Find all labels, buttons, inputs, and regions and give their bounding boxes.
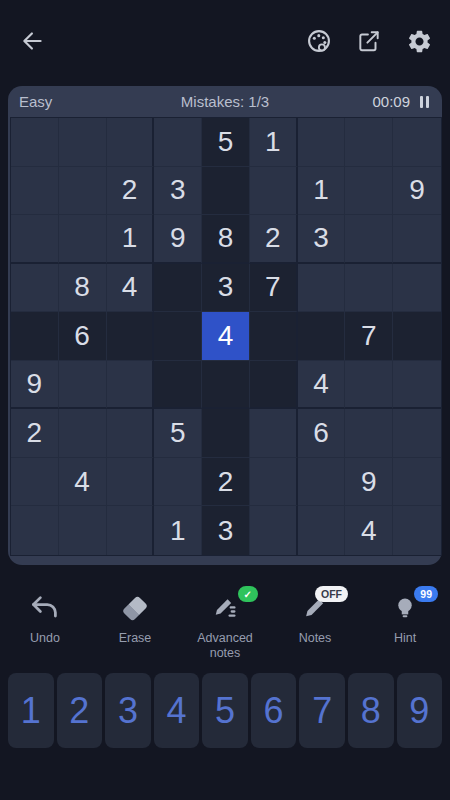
cell-r5c8[interactable]: 7 xyxy=(345,312,393,361)
cell-r7c6[interactable] xyxy=(250,409,298,458)
numpad-key-9[interactable]: 9 xyxy=(397,673,443,748)
cell-r5c4[interactable] xyxy=(154,312,202,361)
cell-r7c1[interactable]: 2 xyxy=(11,409,59,458)
hint-label: Hint xyxy=(394,631,416,646)
cell-r8c4[interactable] xyxy=(154,458,202,507)
cell-r6c7[interactable]: 4 xyxy=(298,361,346,410)
cell-r9c3[interactable] xyxy=(107,506,155,555)
board-panel: Easy Mistakes: 1/3 00:09 512319198238437… xyxy=(8,86,442,565)
cell-r4c1[interactable] xyxy=(11,264,59,313)
cell-r1c9[interactable] xyxy=(393,118,441,167)
back-button[interactable] xyxy=(18,26,48,56)
cell-r9c6[interactable] xyxy=(250,506,298,555)
cell-r6c6[interactable] xyxy=(250,361,298,410)
numpad-key-2[interactable]: 2 xyxy=(57,673,103,748)
top-bar-actions xyxy=(304,26,434,56)
hint-count-badge: 99 xyxy=(414,586,438,602)
notes-button[interactable]: OFF Notes xyxy=(270,591,360,661)
advanced-notes-button[interactable]: ✓ Advanced notes xyxy=(180,591,270,661)
cell-r6c9[interactable] xyxy=(393,361,441,410)
game-status-bar: Easy Mistakes: 1/3 00:09 xyxy=(8,86,442,117)
cell-r5c5[interactable]: 4 xyxy=(202,312,250,361)
cell-r4c9[interactable] xyxy=(393,264,441,313)
numpad-key-3[interactable]: 3 xyxy=(105,673,151,748)
cell-r8c1[interactable] xyxy=(11,458,59,507)
difficulty-label: Easy xyxy=(19,93,139,110)
hint-button[interactable]: 99 Hint xyxy=(360,591,450,661)
mistakes-counter: Mistakes: 1/3 xyxy=(139,93,311,110)
sudoku-app-screen: Easy Mistakes: 1/3 00:09 512319198238437… xyxy=(0,0,450,800)
cell-r7c4[interactable]: 5 xyxy=(154,409,202,458)
notes-label: Notes xyxy=(299,631,332,646)
cell-r8c7[interactable] xyxy=(298,458,346,507)
cell-r3c4[interactable]: 9 xyxy=(154,215,202,264)
numpad-key-4[interactable]: 4 xyxy=(154,673,200,748)
cell-r7c3[interactable] xyxy=(107,409,155,458)
top-bar xyxy=(0,0,450,86)
palette-icon xyxy=(305,27,333,55)
cell-r8c6[interactable] xyxy=(250,458,298,507)
cell-r6c4[interactable] xyxy=(154,361,202,410)
toolbar: Undo Erase ✓ Advanced notes xyxy=(0,591,450,661)
cell-r8c9[interactable] xyxy=(393,458,441,507)
cell-r5c9[interactable] xyxy=(393,312,441,361)
grid-wrap: 51231919823843764794256429134 xyxy=(10,117,440,565)
cell-r5c7[interactable] xyxy=(298,312,346,361)
gear-icon xyxy=(406,28,433,55)
cell-r3c2[interactable] xyxy=(59,215,107,264)
cell-r4c8[interactable] xyxy=(345,264,393,313)
advanced-notes-icon xyxy=(211,591,239,625)
share-button[interactable] xyxy=(354,26,384,56)
cell-r3c9[interactable] xyxy=(393,215,441,264)
cell-r6c2[interactable] xyxy=(59,361,107,410)
cell-r9c7[interactable] xyxy=(298,506,346,555)
undo-button[interactable]: Undo xyxy=(0,591,90,661)
share-icon xyxy=(356,28,382,54)
numpad-key-6[interactable]: 6 xyxy=(251,673,297,748)
erase-button[interactable]: Erase xyxy=(90,591,180,661)
cell-r8c5[interactable]: 2 xyxy=(202,458,250,507)
cell-r9c4[interactable]: 1 xyxy=(154,506,202,555)
cell-r9c1[interactable] xyxy=(11,506,59,555)
cell-r7c9[interactable] xyxy=(393,409,441,458)
number-pad: 1 2 3 4 5 6 7 8 9 xyxy=(8,673,442,748)
cell-r4c4[interactable] xyxy=(154,264,202,313)
theme-button[interactable] xyxy=(304,26,334,56)
eraser-icon xyxy=(122,595,148,621)
pause-button[interactable] xyxy=(418,94,431,110)
pause-icon xyxy=(420,96,423,108)
notes-off-badge: OFF xyxy=(315,586,348,602)
cell-r7c5[interactable] xyxy=(202,409,250,458)
cell-r1c3[interactable] xyxy=(107,118,155,167)
cell-r1c1[interactable] xyxy=(11,118,59,167)
cell-r5c2[interactable]: 6 xyxy=(59,312,107,361)
undo-label: Undo xyxy=(30,631,60,646)
cell-r1c2[interactable] xyxy=(59,118,107,167)
cell-r5c3[interactable] xyxy=(107,312,155,361)
undo-icon xyxy=(30,591,60,625)
erase-label: Erase xyxy=(119,631,152,646)
numpad-key-7[interactable]: 7 xyxy=(299,673,345,748)
cell-r7c8[interactable] xyxy=(345,409,393,458)
back-arrow-icon xyxy=(20,28,46,54)
cell-r5c1[interactable] xyxy=(11,312,59,361)
settings-button[interactable] xyxy=(404,26,434,56)
cell-r3c3[interactable]: 1 xyxy=(107,215,155,264)
cell-r2c9[interactable]: 9 xyxy=(393,167,441,216)
cell-r6c5[interactable] xyxy=(202,361,250,410)
cell-r2c3[interactable]: 2 xyxy=(107,167,155,216)
cell-r2c2[interactable] xyxy=(59,167,107,216)
numpad-key-5[interactable]: 5 xyxy=(202,673,248,748)
cell-r4c6[interactable]: 7 xyxy=(250,264,298,313)
cell-r6c3[interactable] xyxy=(107,361,155,410)
cell-r3c6[interactable]: 2 xyxy=(250,215,298,264)
cell-r2c7[interactable]: 1 xyxy=(298,167,346,216)
numpad-key-1[interactable]: 1 xyxy=(8,673,54,748)
cell-r2c1[interactable] xyxy=(11,167,59,216)
cell-r8c2[interactable]: 4 xyxy=(59,458,107,507)
cell-r1c6[interactable]: 1 xyxy=(250,118,298,167)
cell-r3c5[interactable]: 8 xyxy=(202,215,250,264)
timer-label: 00:09 xyxy=(372,93,410,110)
cell-r9c8[interactable]: 4 xyxy=(345,506,393,555)
cell-r2c5[interactable] xyxy=(202,167,250,216)
cell-r2c8[interactable] xyxy=(345,167,393,216)
cell-r7c2[interactable] xyxy=(59,409,107,458)
sudoku-grid: 51231919823843764794256429134 xyxy=(10,117,442,556)
cell-r9c2[interactable] xyxy=(59,506,107,555)
advanced-notes-on-badge: ✓ xyxy=(238,586,258,602)
cell-r4c3[interactable]: 4 xyxy=(107,264,155,313)
cell-r8c8[interactable]: 9 xyxy=(345,458,393,507)
cell-r1c7[interactable] xyxy=(298,118,346,167)
cell-r6c8[interactable] xyxy=(345,361,393,410)
cell-r9c9[interactable] xyxy=(393,506,441,555)
cell-r4c5[interactable]: 3 xyxy=(202,264,250,313)
advanced-notes-label: Advanced notes xyxy=(189,631,261,661)
cell-r8c3[interactable] xyxy=(107,458,155,507)
cell-r1c5[interactable]: 5 xyxy=(202,118,250,167)
numpad-key-8[interactable]: 8 xyxy=(348,673,394,748)
cell-r3c8[interactable] xyxy=(345,215,393,264)
cell-r5c6[interactable] xyxy=(250,312,298,361)
cell-r9c5[interactable]: 3 xyxy=(202,506,250,555)
cell-r4c2[interactable]: 8 xyxy=(59,264,107,313)
cell-r3c7[interactable]: 3 xyxy=(298,215,346,264)
cell-r2c6[interactable] xyxy=(250,167,298,216)
cell-r7c7[interactable]: 6 xyxy=(298,409,346,458)
cell-r1c4[interactable] xyxy=(154,118,202,167)
cell-r1c8[interactable] xyxy=(345,118,393,167)
cell-r4c7[interactable] xyxy=(298,264,346,313)
cell-r3c1[interactable] xyxy=(11,215,59,264)
cell-r2c4[interactable]: 3 xyxy=(154,167,202,216)
cell-r6c1[interactable]: 9 xyxy=(11,361,59,410)
